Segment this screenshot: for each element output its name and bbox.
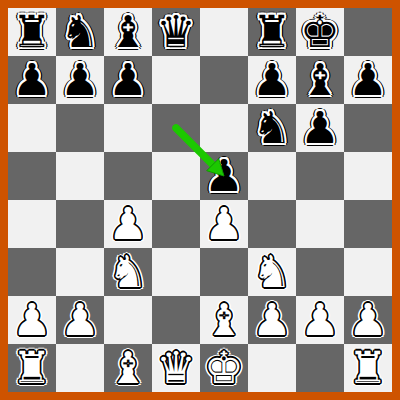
- square-g6[interactable]: ♟: [296, 104, 344, 152]
- square-b3[interactable]: [56, 248, 104, 296]
- piece-black-pawn[interactable]: ♟: [108, 56, 147, 104]
- square-e6[interactable]: [200, 104, 248, 152]
- square-f5[interactable]: [248, 152, 296, 200]
- square-a6[interactable]: [8, 104, 56, 152]
- square-d8[interactable]: ♛: [152, 8, 200, 56]
- square-f8[interactable]: ♜: [248, 8, 296, 56]
- square-a2[interactable]: ♟: [8, 296, 56, 344]
- square-d2[interactable]: [152, 296, 200, 344]
- square-b7[interactable]: ♟: [56, 56, 104, 104]
- piece-black-knight[interactable]: ♞: [252, 104, 291, 152]
- square-h1[interactable]: ♜: [344, 344, 392, 392]
- square-h6[interactable]: [344, 104, 392, 152]
- square-h8[interactable]: [344, 8, 392, 56]
- square-f7[interactable]: ♟: [248, 56, 296, 104]
- piece-white-rook[interactable]: ♜: [348, 344, 387, 392]
- square-g3[interactable]: [296, 248, 344, 296]
- square-c2[interactable]: [104, 296, 152, 344]
- square-a1[interactable]: ♜: [8, 344, 56, 392]
- chess-board: ♜♞♝♛♜♚♟♟♟♟♝♟♞♟♟♟♟♞♞♟♟♝♟♟♟♜♝♛♚♜: [8, 8, 392, 392]
- square-g7[interactable]: ♝: [296, 56, 344, 104]
- square-g4[interactable]: [296, 200, 344, 248]
- square-c3[interactable]: ♞: [104, 248, 152, 296]
- square-h7[interactable]: ♟: [344, 56, 392, 104]
- square-e3[interactable]: [200, 248, 248, 296]
- square-e2[interactable]: ♝: [200, 296, 248, 344]
- piece-white-rook[interactable]: ♜: [12, 344, 51, 392]
- piece-white-pawn[interactable]: ♟: [204, 200, 243, 248]
- square-f2[interactable]: ♟: [248, 296, 296, 344]
- square-g1[interactable]: [296, 344, 344, 392]
- square-d1[interactable]: ♛: [152, 344, 200, 392]
- piece-white-pawn[interactable]: ♟: [108, 200, 147, 248]
- piece-white-pawn[interactable]: ♟: [60, 296, 99, 344]
- piece-white-pawn[interactable]: ♟: [252, 296, 291, 344]
- square-h4[interactable]: [344, 200, 392, 248]
- square-c8[interactable]: ♝: [104, 8, 152, 56]
- piece-black-pawn[interactable]: ♟: [252, 56, 291, 104]
- piece-black-knight[interactable]: ♞: [60, 8, 99, 56]
- piece-black-pawn[interactable]: ♟: [300, 104, 339, 152]
- piece-black-pawn[interactable]: ♟: [204, 152, 243, 200]
- square-a8[interactable]: ♜: [8, 8, 56, 56]
- piece-black-queen[interactable]: ♛: [156, 8, 195, 56]
- square-h2[interactable]: ♟: [344, 296, 392, 344]
- piece-white-pawn[interactable]: ♟: [300, 296, 339, 344]
- square-g2[interactable]: ♟: [296, 296, 344, 344]
- piece-white-bishop[interactable]: ♝: [108, 344, 147, 392]
- square-a4[interactable]: [8, 200, 56, 248]
- square-b4[interactable]: [56, 200, 104, 248]
- square-d6[interactable]: [152, 104, 200, 152]
- square-e1[interactable]: ♚: [200, 344, 248, 392]
- square-h3[interactable]: [344, 248, 392, 296]
- piece-black-rook[interactable]: ♜: [252, 8, 291, 56]
- square-d5[interactable]: [152, 152, 200, 200]
- square-b5[interactable]: [56, 152, 104, 200]
- square-d7[interactable]: [152, 56, 200, 104]
- square-f1[interactable]: [248, 344, 296, 392]
- piece-white-pawn[interactable]: ♟: [348, 296, 387, 344]
- piece-black-rook[interactable]: ♜: [12, 8, 51, 56]
- square-f3[interactable]: ♞: [248, 248, 296, 296]
- square-c7[interactable]: ♟: [104, 56, 152, 104]
- square-f6[interactable]: ♞: [248, 104, 296, 152]
- square-b1[interactable]: [56, 344, 104, 392]
- square-h5[interactable]: [344, 152, 392, 200]
- piece-white-bishop[interactable]: ♝: [204, 296, 243, 344]
- square-g5[interactable]: [296, 152, 344, 200]
- square-b8[interactable]: ♞: [56, 8, 104, 56]
- square-b6[interactable]: [56, 104, 104, 152]
- square-c1[interactable]: ♝: [104, 344, 152, 392]
- piece-black-king[interactable]: ♚: [300, 8, 339, 56]
- piece-black-pawn[interactable]: ♟: [12, 56, 51, 104]
- square-e5[interactable]: ♟: [200, 152, 248, 200]
- square-e7[interactable]: [200, 56, 248, 104]
- board-frame: ♜♞♝♛♜♚♟♟♟♟♝♟♞♟♟♟♟♞♞♟♟♝♟♟♟♜♝♛♚♜: [0, 0, 400, 400]
- piece-black-bishop[interactable]: ♝: [108, 8, 147, 56]
- square-a7[interactable]: ♟: [8, 56, 56, 104]
- square-e8[interactable]: [200, 8, 248, 56]
- piece-white-knight[interactable]: ♞: [252, 248, 291, 296]
- piece-black-pawn[interactable]: ♟: [60, 56, 99, 104]
- square-a3[interactable]: [8, 248, 56, 296]
- piece-black-pawn[interactable]: ♟: [348, 56, 387, 104]
- square-a5[interactable]: [8, 152, 56, 200]
- square-c6[interactable]: [104, 104, 152, 152]
- piece-white-queen[interactable]: ♛: [156, 344, 195, 392]
- square-c5[interactable]: [104, 152, 152, 200]
- piece-white-pawn[interactable]: ♟: [12, 296, 51, 344]
- piece-white-king[interactable]: ♚: [204, 344, 243, 392]
- piece-black-bishop[interactable]: ♝: [300, 56, 339, 104]
- square-g8[interactable]: ♚: [296, 8, 344, 56]
- square-c4[interactable]: ♟: [104, 200, 152, 248]
- square-d3[interactable]: [152, 248, 200, 296]
- square-f4[interactable]: [248, 200, 296, 248]
- square-b2[interactable]: ♟: [56, 296, 104, 344]
- square-d4[interactable]: [152, 200, 200, 248]
- square-e4[interactable]: ♟: [200, 200, 248, 248]
- piece-white-knight[interactable]: ♞: [108, 248, 147, 296]
